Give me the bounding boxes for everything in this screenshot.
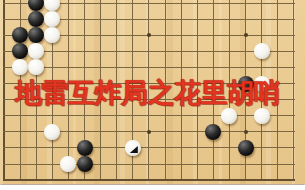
white-stone xyxy=(44,11,60,27)
white-stone xyxy=(44,27,60,43)
last-move-triangle-icon xyxy=(130,146,138,153)
white-stone xyxy=(28,59,44,75)
star-point xyxy=(244,33,248,37)
white-stone xyxy=(44,124,60,140)
letterbox-bottom-bar xyxy=(0,185,305,190)
black-stone xyxy=(238,140,254,156)
white-stone xyxy=(254,108,270,124)
black-stone xyxy=(77,140,93,156)
black-stone xyxy=(205,124,221,140)
black-stone xyxy=(28,0,44,11)
grid-vline xyxy=(3,0,5,181)
white-stone xyxy=(28,43,44,59)
white-stone xyxy=(221,108,237,124)
grid-hline xyxy=(3,67,295,68)
grid-hline xyxy=(3,179,295,181)
black-stone xyxy=(28,11,44,27)
grid-hline xyxy=(3,164,295,165)
black-stone xyxy=(28,27,44,43)
white-stone xyxy=(44,0,60,11)
star-point xyxy=(244,130,248,134)
white-stone xyxy=(12,59,28,75)
grid-hline xyxy=(3,51,295,52)
video-title-overlay: 地雷互炸局之花里胡哨 xyxy=(15,79,305,109)
star-point xyxy=(147,130,151,134)
grid-hline xyxy=(3,115,295,116)
star-point xyxy=(147,33,151,37)
white-stone xyxy=(125,140,141,156)
white-stone xyxy=(60,156,76,172)
black-stone xyxy=(77,156,93,172)
black-stone xyxy=(12,27,28,43)
video-frame: 地雷互炸局之花里胡哨 xyxy=(0,0,305,190)
white-stone xyxy=(254,43,270,59)
black-stone xyxy=(12,43,28,59)
